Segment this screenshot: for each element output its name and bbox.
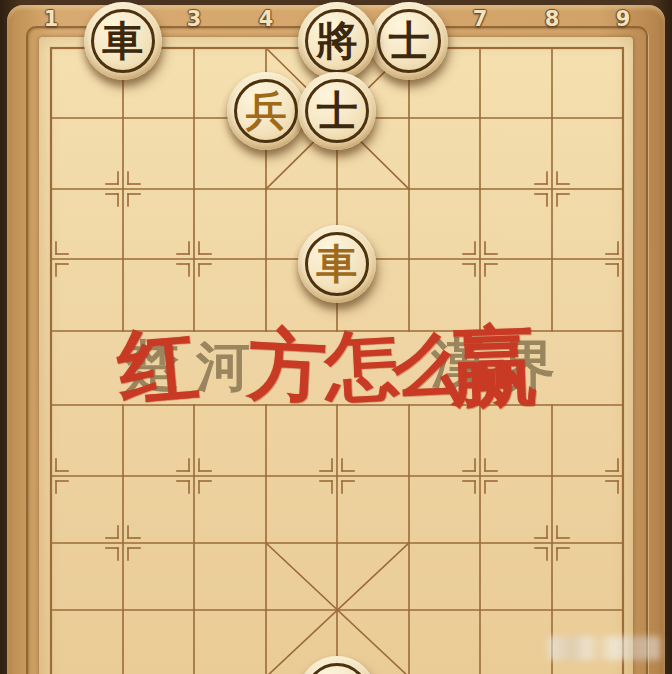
piece-glyph: 車 — [298, 225, 376, 303]
piece-glyph: 帥 — [298, 656, 376, 674]
watermark-blur — [548, 636, 660, 660]
piece-black-advisor[interactable]: 士 — [370, 2, 448, 80]
piece-black-general[interactable]: 將 — [298, 2, 376, 80]
piece-glyph: 士 — [298, 72, 376, 150]
file-label-7: 7 — [465, 7, 495, 31]
piece-black-advisor[interactable]: 士 — [298, 72, 376, 150]
file-label-1: 1 — [36, 7, 66, 31]
file-label-9: 9 — [608, 7, 638, 31]
overlay-char: 红 — [113, 310, 202, 425]
piece-red-soldier[interactable]: 兵 — [227, 72, 305, 150]
piece-glyph: 將 — [298, 2, 376, 80]
overlay-char: 赢 — [448, 306, 540, 428]
file-label-8: 8 — [537, 7, 567, 31]
overlay-char: 方 — [245, 313, 328, 422]
piece-red-general[interactable]: 帥 — [298, 656, 376, 674]
piece-glyph: 士 — [370, 2, 448, 80]
xiangqi-board-screenshot: 123456789 楚河漢界 红方怎么赢 車士將兵士車帥 — [0, 0, 672, 674]
piece-glyph: 車 — [84, 2, 162, 80]
river-char: 河 — [196, 331, 250, 404]
file-label-3: 3 — [179, 7, 209, 31]
file-label-4: 4 — [251, 7, 281, 31]
piece-red-chariot[interactable]: 車 — [298, 225, 376, 303]
piece-black-chariot[interactable]: 車 — [84, 2, 162, 80]
piece-glyph: 兵 — [227, 72, 305, 150]
